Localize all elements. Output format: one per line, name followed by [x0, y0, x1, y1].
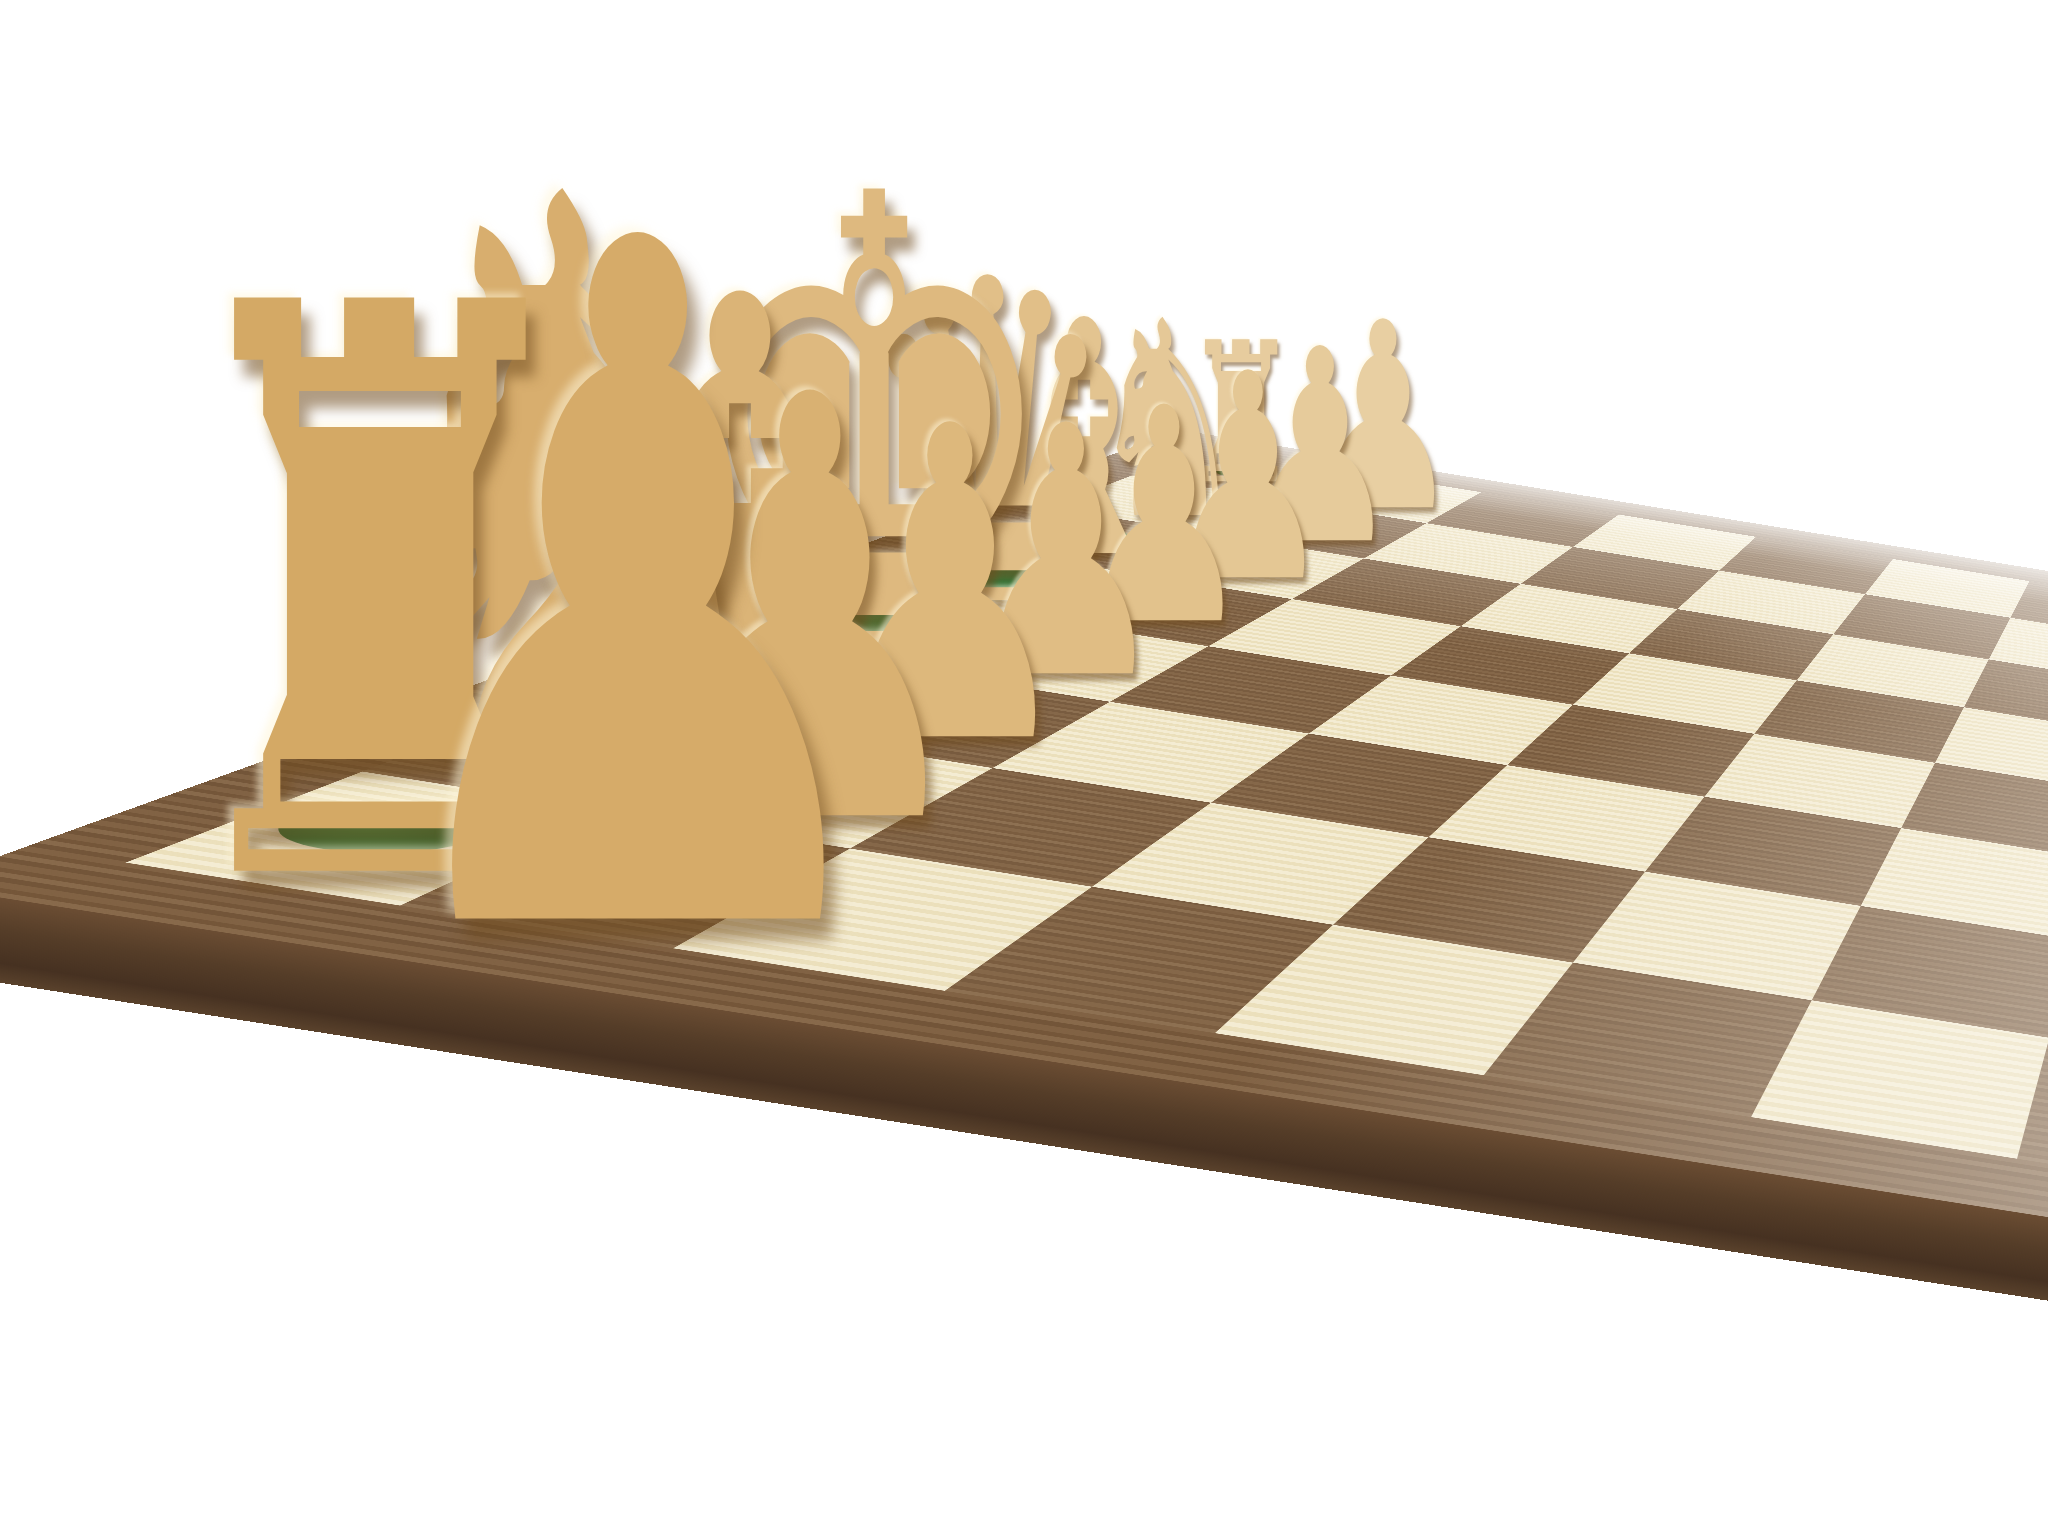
photo-stage: ♜♞♝♚♛♝♞♜♟♟♟♟♟♟♟♟	[0, 0, 2048, 1535]
piece-white-pawn-h2[interactable]: ♟	[360, 124, 916, 1064]
